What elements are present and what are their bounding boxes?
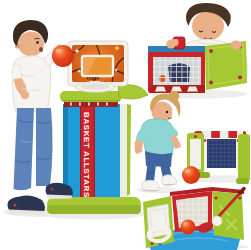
product-photo: BASKET ALLSTARS	[0, 0, 250, 250]
boy2-hand-right	[230, 41, 241, 50]
goal-foot-right	[236, 178, 249, 184]
girl-eye	[166, 111, 168, 113]
basketball-backboard: FEBER	[68, 41, 128, 86]
pedestal-white-edge	[120, 104, 127, 200]
boy2-fingers	[172, 39, 179, 46]
cage-net	[153, 57, 201, 85]
scene-basket-tower: BASKET ALLSTARS	[4, 20, 148, 220]
hoop-wall	[143, 196, 174, 248]
orange-ball-floor	[181, 220, 196, 235]
pedestal-green-edge	[127, 104, 131, 196]
blue-dot	[158, 243, 161, 246]
girl-shirt	[141, 119, 174, 157]
boy1-face	[18, 32, 44, 57]
hoop-support-arm	[118, 85, 148, 99]
white-ball-floor	[212, 216, 222, 226]
boy1-jeans	[14, 108, 53, 190]
boy1-eye	[36, 41, 39, 44]
scene-football-goal	[135, 91, 251, 193]
red-dot	[150, 242, 153, 245]
band-trapezoids	[155, 87, 198, 92]
goal-panel-right	[238, 134, 250, 181]
scene-cube-cage	[148, 3, 247, 99]
orange-ball-thrown	[52, 45, 74, 67]
toddler-girl-kicking	[135, 91, 182, 192]
tower-stripe-label: BASKET ALLSTARS	[82, 112, 91, 198]
orange-ball-goal	[182, 166, 200, 184]
boy1-hand	[21, 91, 29, 99]
boy1-mouth	[39, 47, 43, 52]
right-wall-green	[212, 191, 244, 240]
goal-panel-left-face	[190, 139, 201, 169]
tower-base-edge	[47, 205, 141, 214]
scene-open-cube	[143, 187, 248, 250]
backboard-logo: FEBER	[87, 77, 100, 81]
rim-inner	[81, 83, 110, 89]
product-photo-svg: BASKET ALLSTARS	[0, 0, 250, 250]
